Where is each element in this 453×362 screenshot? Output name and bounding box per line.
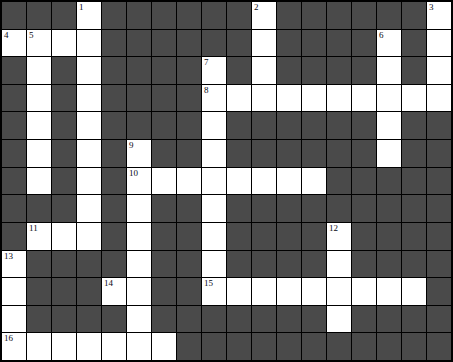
block-r6c3 [52, 140, 76, 167]
block-r3c12 [277, 57, 301, 84]
block-r12c3 [52, 306, 76, 333]
block-r2c17 [402, 30, 426, 57]
cell-r7c2[interactable] [27, 168, 51, 195]
block-r8c12 [277, 195, 301, 222]
block-r1c1 [2, 2, 26, 29]
block-r1c6 [127, 2, 151, 29]
block-r10c12 [277, 251, 301, 278]
block-r10c13 [302, 251, 326, 278]
block-r11c8 [177, 278, 201, 305]
block-r2c15 [352, 30, 376, 57]
cell-r6c16[interactable] [377, 140, 401, 167]
block-r4c3 [52, 85, 76, 112]
cell-r10c1[interactable]: 13 [2, 251, 26, 278]
block-r8c8 [177, 195, 201, 222]
block-r8c17 [402, 195, 426, 222]
cell-r4c16[interactable] [377, 85, 401, 112]
block-r13c17 [402, 333, 426, 360]
block-r13c18 [427, 333, 451, 360]
block-r11c18 [427, 278, 451, 305]
block-r12c8 [177, 306, 201, 333]
cell-r9c4[interactable] [77, 223, 101, 250]
block-r8c18 [427, 195, 451, 222]
block-r3c15 [352, 57, 376, 84]
block-r6c7 [152, 140, 176, 167]
block-r5c10 [227, 112, 251, 139]
block-r10c5 [102, 251, 126, 278]
block-r8c11 [252, 195, 276, 222]
cell-r3c9[interactable]: 7 [202, 57, 226, 84]
block-r7c18 [427, 168, 451, 195]
cell-r7c8[interactable] [177, 168, 201, 195]
cell-r11c16[interactable] [377, 278, 401, 305]
block-r5c5 [102, 112, 126, 139]
cell-r10c9[interactable] [202, 251, 226, 278]
cell-r12c1[interactable] [2, 306, 26, 333]
block-r7c3 [52, 168, 76, 195]
cell-r6c4[interactable] [77, 140, 101, 167]
block-r5c15 [352, 112, 376, 139]
block-r6c15 [352, 140, 376, 167]
block-r13c15 [352, 333, 376, 360]
block-r12c12 [277, 306, 301, 333]
cell-r11c9[interactable]: 15 [202, 278, 226, 305]
cell-r13c2[interactable] [27, 333, 51, 360]
block-r8c7 [152, 195, 176, 222]
block-r8c16 [377, 195, 401, 222]
block-r13c11 [252, 333, 276, 360]
cell-r1c4[interactable]: 1 [77, 2, 101, 29]
block-r5c6 [127, 112, 151, 139]
block-r3c7 [152, 57, 176, 84]
cell-r13c1[interactable]: 16 [2, 333, 26, 360]
cell-r2c11[interactable] [252, 30, 276, 57]
cell-r12c6[interactable] [127, 306, 151, 333]
cell-r11c13[interactable] [302, 278, 326, 305]
block-r12c5 [102, 306, 126, 333]
clue-number-14: 14 [104, 278, 113, 288]
block-r10c3 [52, 251, 76, 278]
cell-r11c17[interactable] [402, 278, 426, 305]
block-r8c5 [102, 195, 126, 222]
cell-r11c11[interactable] [252, 278, 276, 305]
cell-r11c12[interactable] [277, 278, 301, 305]
clue-number-3: 3 [429, 2, 434, 12]
block-r9c17 [402, 223, 426, 250]
cell-r7c10[interactable] [227, 168, 251, 195]
block-r12c18 [427, 306, 451, 333]
cell-r3c16[interactable] [377, 57, 401, 84]
block-r2c9 [202, 30, 226, 57]
block-r6c17 [402, 140, 426, 167]
block-r2c14 [327, 30, 351, 57]
cell-r3c2[interactable] [27, 57, 51, 84]
cell-r4c10[interactable] [227, 85, 251, 112]
block-r4c8 [177, 85, 201, 112]
block-r3c6 [127, 57, 151, 84]
block-r13c8 [177, 333, 201, 360]
cell-r7c9[interactable] [202, 168, 226, 195]
clue-number-5: 5 [29, 30, 34, 40]
cell-r5c9[interactable] [202, 112, 226, 139]
block-r3c5 [102, 57, 126, 84]
cell-r7c4[interactable] [77, 168, 101, 195]
cell-r13c7[interactable] [152, 333, 176, 360]
block-r5c11 [252, 112, 276, 139]
block-r13c16 [377, 333, 401, 360]
block-r1c2 [27, 2, 51, 29]
block-r11c7 [152, 278, 176, 305]
cell-r6c2[interactable] [27, 140, 51, 167]
cell-r2c1[interactable]: 4 [2, 30, 26, 57]
block-r12c11 [252, 306, 276, 333]
cell-r8c9[interactable] [202, 195, 226, 222]
block-r5c14 [327, 112, 351, 139]
block-r1c10 [227, 2, 251, 29]
block-r12c4 [77, 306, 101, 333]
block-r8c3 [52, 195, 76, 222]
cell-r3c18[interactable] [427, 57, 451, 84]
block-r1c15 [352, 2, 376, 29]
block-r6c10 [227, 140, 251, 167]
clue-number-13: 13 [4, 251, 13, 261]
block-r11c2 [27, 278, 51, 305]
block-r9c11 [252, 223, 276, 250]
block-r4c5 [102, 85, 126, 112]
block-r6c11 [252, 140, 276, 167]
block-r5c8 [177, 112, 201, 139]
block-r3c13 [302, 57, 326, 84]
block-r3c10 [227, 57, 251, 84]
cell-r6c6[interactable]: 9 [127, 140, 151, 167]
block-r10c10 [227, 251, 251, 278]
cell-r11c10[interactable] [227, 278, 251, 305]
clue-number-10: 10 [129, 168, 138, 178]
cell-r5c4[interactable] [77, 112, 101, 139]
block-r12c17 [402, 306, 426, 333]
block-r9c13 [302, 223, 326, 250]
block-r10c15 [352, 251, 376, 278]
block-r5c1 [2, 112, 26, 139]
block-r3c14 [327, 57, 351, 84]
block-r2c5 [102, 30, 126, 57]
cell-r4c15[interactable] [352, 85, 376, 112]
cell-r2c16[interactable]: 6 [377, 30, 401, 57]
cell-r10c14[interactable] [327, 251, 351, 278]
block-r2c7 [152, 30, 176, 57]
block-r7c15 [352, 168, 376, 195]
cell-r4c14[interactable] [327, 85, 351, 112]
block-r8c14 [327, 195, 351, 222]
block-r13c10 [227, 333, 251, 360]
cell-r8c6[interactable] [127, 195, 151, 222]
block-r6c5 [102, 140, 126, 167]
block-r1c7 [152, 2, 176, 29]
block-r2c10 [227, 30, 251, 57]
block-r9c16 [377, 223, 401, 250]
block-r1c16 [377, 2, 401, 29]
cell-r13c6[interactable] [127, 333, 151, 360]
cell-r7c7[interactable] [152, 168, 176, 195]
block-r3c17 [402, 57, 426, 84]
block-r10c2 [27, 251, 51, 278]
clue-number-16: 16 [4, 333, 13, 343]
block-r8c13 [302, 195, 326, 222]
block-r13c9 [202, 333, 226, 360]
cell-r9c2[interactable]: 11 [27, 223, 51, 250]
block-r2c13 [302, 30, 326, 57]
block-r1c3 [52, 2, 76, 29]
block-r1c14 [327, 2, 351, 29]
cell-r5c16[interactable] [377, 112, 401, 139]
block-r12c2 [27, 306, 51, 333]
block-r10c17 [402, 251, 426, 278]
cell-r4c9[interactable]: 8 [202, 85, 226, 112]
cell-r13c4[interactable] [77, 333, 101, 360]
cell-r9c9[interactable] [202, 223, 226, 250]
block-r9c8 [177, 223, 201, 250]
clue-number-6: 6 [379, 30, 384, 40]
cell-r9c3[interactable] [52, 223, 76, 250]
cell-r2c3[interactable] [52, 30, 76, 57]
block-r1c13 [302, 2, 326, 29]
cell-r3c4[interactable] [77, 57, 101, 84]
cell-r9c6[interactable] [127, 223, 151, 250]
block-r2c8 [177, 30, 201, 57]
cell-r2c4[interactable] [77, 30, 101, 57]
block-r6c1 [2, 140, 26, 167]
block-r10c7 [152, 251, 176, 278]
cell-r4c11[interactable] [252, 85, 276, 112]
cell-r7c11[interactable] [252, 168, 276, 195]
block-r13c14 [327, 333, 351, 360]
block-r6c14 [327, 140, 351, 167]
block-r12c15 [352, 306, 376, 333]
crossword-board: 12345678910111213141516 [0, 0, 453, 362]
clue-number-2: 2 [254, 2, 259, 12]
block-r8c2 [27, 195, 51, 222]
cell-r11c6[interactable] [127, 278, 151, 305]
block-r5c3 [52, 112, 76, 139]
block-r3c8 [177, 57, 201, 84]
block-r10c16 [377, 251, 401, 278]
cell-r5c2[interactable] [27, 112, 51, 139]
clue-number-8: 8 [204, 85, 209, 95]
block-r9c15 [352, 223, 376, 250]
cell-r4c18[interactable] [427, 85, 451, 112]
block-r8c1 [2, 195, 26, 222]
block-r4c1 [2, 85, 26, 112]
block-r3c1 [2, 57, 26, 84]
block-r9c7 [152, 223, 176, 250]
clue-number-4: 4 [4, 30, 9, 40]
clue-number-15: 15 [204, 278, 213, 288]
cell-r7c12[interactable] [277, 168, 301, 195]
block-r13c13 [302, 333, 326, 360]
block-r7c14 [327, 168, 351, 195]
cell-r1c18[interactable]: 3 [427, 2, 451, 29]
block-r3c3 [52, 57, 76, 84]
block-r10c18 [427, 251, 451, 278]
block-r11c4 [77, 278, 101, 305]
cell-r11c15[interactable] [352, 278, 376, 305]
block-r5c12 [277, 112, 301, 139]
block-r4c7 [152, 85, 176, 112]
cell-r2c18[interactable] [427, 30, 451, 57]
cell-r9c14[interactable]: 12 [327, 223, 351, 250]
cell-r1c11[interactable]: 2 [252, 2, 276, 29]
clue-number-12: 12 [329, 223, 338, 233]
cell-r8c4[interactable] [77, 195, 101, 222]
block-r5c17 [402, 112, 426, 139]
cell-r10c6[interactable] [127, 251, 151, 278]
block-r8c15 [352, 195, 376, 222]
cell-r11c5[interactable]: 14 [102, 278, 126, 305]
cell-r4c17[interactable] [402, 85, 426, 112]
block-r9c10 [227, 223, 251, 250]
block-r1c5 [102, 2, 126, 29]
block-r7c1 [2, 168, 26, 195]
block-r2c6 [127, 30, 151, 57]
block-r7c5 [102, 168, 126, 195]
cell-r3c11[interactable] [252, 57, 276, 84]
clue-number-9: 9 [129, 140, 134, 150]
cell-r12c14[interactable] [327, 306, 351, 333]
block-r7c17 [402, 168, 426, 195]
cell-r4c13[interactable] [302, 85, 326, 112]
cell-r4c2[interactable] [27, 85, 51, 112]
block-r1c17 [402, 2, 426, 29]
block-r5c7 [152, 112, 176, 139]
block-r4c6 [127, 85, 151, 112]
clue-number-11: 11 [29, 223, 38, 233]
block-r1c12 [277, 2, 301, 29]
block-r6c8 [177, 140, 201, 167]
clue-number-7: 7 [204, 57, 209, 67]
block-r6c18 [427, 140, 451, 167]
block-r6c13 [302, 140, 326, 167]
block-r10c8 [177, 251, 201, 278]
block-r9c5 [102, 223, 126, 250]
block-r2c12 [277, 30, 301, 57]
block-r8c10 [227, 195, 251, 222]
cell-r11c1[interactable] [2, 278, 26, 305]
block-r10c11 [252, 251, 276, 278]
cell-r7c13[interactable] [302, 168, 326, 195]
block-r12c9 [202, 306, 226, 333]
block-r5c18 [427, 112, 451, 139]
clue-number-1: 1 [79, 2, 84, 12]
block-r12c13 [302, 306, 326, 333]
block-r6c12 [277, 140, 301, 167]
block-r7c16 [377, 168, 401, 195]
cell-r7c6[interactable]: 10 [127, 168, 151, 195]
block-r12c7 [152, 306, 176, 333]
cell-r4c4[interactable] [77, 85, 101, 112]
block-r9c1 [2, 223, 26, 250]
block-r11c3 [52, 278, 76, 305]
cell-r13c5[interactable] [102, 333, 126, 360]
cell-r6c9[interactable] [202, 140, 226, 167]
block-r12c16 [377, 306, 401, 333]
cell-r13c3[interactable] [52, 333, 76, 360]
block-r10c4 [77, 251, 101, 278]
cell-r11c14[interactable] [327, 278, 351, 305]
block-r9c12 [277, 223, 301, 250]
block-r5c13 [302, 112, 326, 139]
cell-r2c2[interactable]: 5 [27, 30, 51, 57]
block-r1c8 [177, 2, 201, 29]
block-r9c18 [427, 223, 451, 250]
block-r13c12 [277, 333, 301, 360]
block-r1c9 [202, 2, 226, 29]
block-r12c10 [227, 306, 251, 333]
cell-r4c12[interactable] [277, 85, 301, 112]
